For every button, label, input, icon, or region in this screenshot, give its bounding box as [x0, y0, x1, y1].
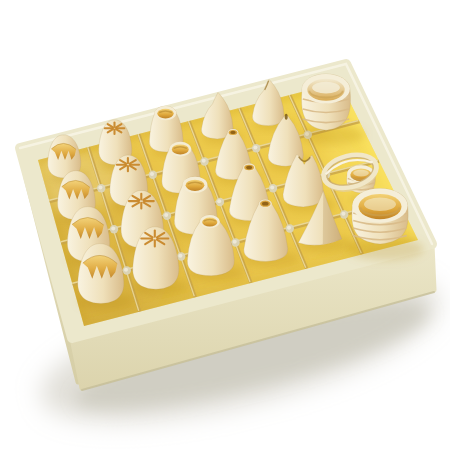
- product-photo-stage: [0, 0, 450, 450]
- piping-tip-tray-photo: [0, 0, 450, 450]
